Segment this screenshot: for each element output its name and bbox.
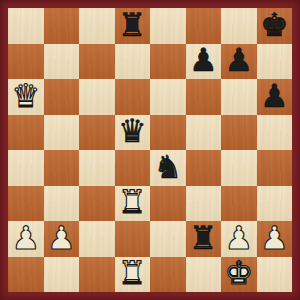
square-a2[interactable]: ♟ [8, 221, 44, 257]
square-c8[interactable] [79, 8, 115, 44]
white-pawn-g2[interactable]: ♟ [224, 222, 253, 254]
chess-board: ♜♚♟♟♛♟♛♞♜♟♟♜♟♟♜♚ [0, 0, 300, 300]
square-b6[interactable] [44, 79, 80, 115]
square-f1[interactable] [186, 257, 222, 293]
black-queen-d5[interactable]: ♛ [118, 115, 147, 147]
square-c3[interactable] [79, 186, 115, 222]
square-g1[interactable]: ♚ [221, 257, 257, 293]
square-e5[interactable] [150, 115, 186, 151]
square-g7[interactable]: ♟ [221, 44, 257, 80]
square-e3[interactable] [150, 186, 186, 222]
square-g4[interactable] [221, 150, 257, 186]
black-pawn-h6[interactable]: ♟ [260, 80, 289, 112]
square-f6[interactable] [186, 79, 222, 115]
square-b7[interactable] [44, 44, 80, 80]
black-knight-e4[interactable]: ♞ [153, 151, 182, 183]
square-d8[interactable]: ♜ [115, 8, 151, 44]
square-g8[interactable] [221, 8, 257, 44]
square-f4[interactable] [186, 150, 222, 186]
white-pawn-a2[interactable]: ♟ [11, 222, 40, 254]
square-c6[interactable] [79, 79, 115, 115]
black-rook-f2[interactable]: ♜ [189, 222, 218, 254]
board-grid: ♜♚♟♟♛♟♛♞♜♟♟♜♟♟♜♚ [8, 8, 292, 292]
square-h8[interactable]: ♚ [257, 8, 293, 44]
square-a5[interactable] [8, 115, 44, 151]
black-pawn-g7[interactable]: ♟ [224, 44, 253, 76]
square-b5[interactable] [44, 115, 80, 151]
square-c5[interactable] [79, 115, 115, 151]
square-f8[interactable] [186, 8, 222, 44]
square-a1[interactable] [8, 257, 44, 293]
square-e6[interactable] [150, 79, 186, 115]
square-d6[interactable] [115, 79, 151, 115]
square-a8[interactable] [8, 8, 44, 44]
white-rook-d3[interactable]: ♜ [118, 186, 147, 218]
square-d2[interactable] [115, 221, 151, 257]
square-f2[interactable]: ♜ [186, 221, 222, 257]
white-pawn-h2[interactable]: ♟ [260, 222, 289, 254]
square-d1[interactable]: ♜ [115, 257, 151, 293]
square-b4[interactable] [44, 150, 80, 186]
square-d3[interactable]: ♜ [115, 186, 151, 222]
square-d4[interactable] [115, 150, 151, 186]
square-a7[interactable] [8, 44, 44, 80]
square-b2[interactable]: ♟ [44, 221, 80, 257]
square-c1[interactable] [79, 257, 115, 293]
square-d7[interactable] [115, 44, 151, 80]
square-a4[interactable] [8, 150, 44, 186]
black-pawn-f7[interactable]: ♟ [189, 44, 218, 76]
square-h7[interactable] [257, 44, 293, 80]
square-g5[interactable] [221, 115, 257, 151]
square-h1[interactable] [257, 257, 293, 293]
square-e4[interactable]: ♞ [150, 150, 186, 186]
white-rook-d1[interactable]: ♜ [118, 257, 147, 289]
square-h2[interactable]: ♟ [257, 221, 293, 257]
square-e7[interactable] [150, 44, 186, 80]
square-g6[interactable] [221, 79, 257, 115]
square-c4[interactable] [79, 150, 115, 186]
square-a6[interactable]: ♛ [8, 79, 44, 115]
square-h3[interactable] [257, 186, 293, 222]
square-h6[interactable]: ♟ [257, 79, 293, 115]
square-c2[interactable] [79, 221, 115, 257]
square-h4[interactable] [257, 150, 293, 186]
white-queen-a6[interactable]: ♛ [11, 80, 40, 112]
square-b8[interactable] [44, 8, 80, 44]
white-pawn-b2[interactable]: ♟ [47, 222, 76, 254]
square-e8[interactable] [150, 8, 186, 44]
square-a3[interactable] [8, 186, 44, 222]
square-e1[interactable] [150, 257, 186, 293]
square-f7[interactable]: ♟ [186, 44, 222, 80]
square-e2[interactable] [150, 221, 186, 257]
square-g3[interactable] [221, 186, 257, 222]
black-king-h8[interactable]: ♚ [260, 9, 289, 41]
square-d5[interactable]: ♛ [115, 115, 151, 151]
square-b1[interactable] [44, 257, 80, 293]
white-king-g1[interactable]: ♚ [224, 257, 253, 289]
black-rook-d8[interactable]: ♜ [118, 9, 147, 41]
square-g2[interactable]: ♟ [221, 221, 257, 257]
square-b3[interactable] [44, 186, 80, 222]
square-f5[interactable] [186, 115, 222, 151]
square-c7[interactable] [79, 44, 115, 80]
square-h5[interactable] [257, 115, 293, 151]
square-f3[interactable] [186, 186, 222, 222]
